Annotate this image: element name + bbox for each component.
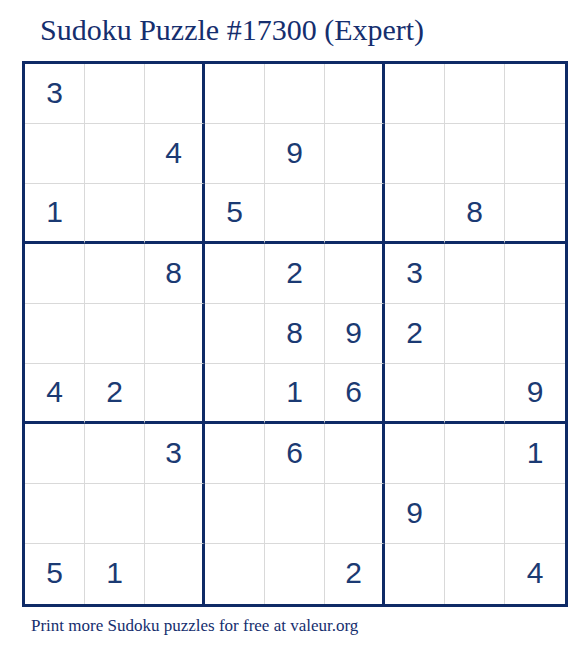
sudoku-cell-r6c6: 6: [325, 364, 385, 424]
sudoku-cell-r7c9: 1: [505, 424, 565, 484]
given-digit: 2: [345, 558, 362, 588]
sudoku-cell-r6c4[interactable]: [205, 364, 265, 424]
sudoku-cell-r3c9[interactable]: [505, 184, 565, 244]
given-digit: 9: [345, 318, 362, 348]
sudoku-cell-r6c1: 4: [25, 364, 85, 424]
sudoku-cell-r7c5: 6: [265, 424, 325, 484]
sudoku-cell-r7c6[interactable]: [325, 424, 385, 484]
sudoku-cell-r8c1[interactable]: [25, 484, 85, 544]
sudoku-cell-r9c5[interactable]: [265, 544, 325, 604]
sudoku-cell-r1c5[interactable]: [265, 64, 325, 124]
sudoku-cell-r8c9[interactable]: [505, 484, 565, 544]
sudoku-cell-r8c7: 9: [385, 484, 445, 544]
given-digit: 1: [286, 377, 303, 407]
sudoku-cell-r4c9[interactable]: [505, 244, 565, 304]
sudoku-cell-r5c9[interactable]: [505, 304, 565, 364]
given-digit: 8: [165, 258, 182, 288]
sudoku-cell-r2c6[interactable]: [325, 124, 385, 184]
given-digit: 3: [46, 78, 63, 108]
sudoku-cell-r7c1[interactable]: [25, 424, 85, 484]
sudoku-cell-r1c6[interactable]: [325, 64, 385, 124]
sudoku-cell-r4c4[interactable]: [205, 244, 265, 304]
sudoku-cell-r5c4[interactable]: [205, 304, 265, 364]
sudoku-cell-r8c8[interactable]: [445, 484, 505, 544]
given-digit: 6: [345, 377, 362, 407]
sudoku-cell-r5c6: 9: [325, 304, 385, 364]
given-digit: 9: [406, 498, 423, 528]
sudoku-cell-r4c7: 3: [385, 244, 445, 304]
sudoku-cell-r4c8[interactable]: [445, 244, 505, 304]
sudoku-cell-r3c7[interactable]: [385, 184, 445, 244]
sudoku-cell-r6c9: 9: [505, 364, 565, 424]
sudoku-cell-r9c4[interactable]: [205, 544, 265, 604]
sudoku-board: 3491588238924216936195124: [22, 61, 568, 607]
given-digit: 5: [226, 197, 243, 227]
sudoku-cell-r2c4[interactable]: [205, 124, 265, 184]
sudoku-cell-r5c1[interactable]: [25, 304, 85, 364]
sudoku-cell-r1c8[interactable]: [445, 64, 505, 124]
sudoku-cell-r2c9[interactable]: [505, 124, 565, 184]
given-digit: 4: [527, 558, 544, 588]
given-digit: 2: [286, 258, 303, 288]
sudoku-cell-r4c3: 8: [145, 244, 205, 304]
sudoku-cell-r2c5: 9: [265, 124, 325, 184]
sudoku-cell-r9c3[interactable]: [145, 544, 205, 604]
sudoku-cell-r2c2[interactable]: [85, 124, 145, 184]
sudoku-cell-r9c6: 2: [325, 544, 385, 604]
sudoku-cell-r7c8[interactable]: [445, 424, 505, 484]
given-digit: 6: [286, 438, 303, 468]
given-digit: 3: [165, 438, 182, 468]
sudoku-cell-r5c5: 8: [265, 304, 325, 364]
sudoku-cell-r7c4[interactable]: [205, 424, 265, 484]
sudoku-cell-r7c3: 3: [145, 424, 205, 484]
page-title: Sudoku Puzzle #17300 (Expert): [40, 13, 424, 47]
sudoku-cell-r8c2[interactable]: [85, 484, 145, 544]
sudoku-cell-r6c5: 1: [265, 364, 325, 424]
given-digit: 9: [286, 138, 303, 168]
sudoku-cell-r5c7: 2: [385, 304, 445, 364]
given-digit: 1: [46, 197, 63, 227]
sudoku-cell-r6c2: 2: [85, 364, 145, 424]
sudoku-cell-r1c4[interactable]: [205, 64, 265, 124]
sudoku-cell-r8c5[interactable]: [265, 484, 325, 544]
sudoku-cell-r3c6[interactable]: [325, 184, 385, 244]
sudoku-cell-r3c4: 5: [205, 184, 265, 244]
sudoku-cell-r8c6[interactable]: [325, 484, 385, 544]
given-digit: 1: [527, 438, 544, 468]
sudoku-cell-r2c7[interactable]: [385, 124, 445, 184]
sudoku-cell-r8c4[interactable]: [205, 484, 265, 544]
sudoku-cell-r6c7[interactable]: [385, 364, 445, 424]
given-digit: 8: [466, 197, 483, 227]
sudoku-cell-r3c8: 8: [445, 184, 505, 244]
given-digit: 4: [165, 138, 182, 168]
given-digit: 8: [286, 318, 303, 348]
sudoku-cell-r4c2[interactable]: [85, 244, 145, 304]
given-digit: 1: [106, 558, 123, 588]
given-digit: 2: [106, 377, 123, 407]
sudoku-cell-r3c5[interactable]: [265, 184, 325, 244]
given-digit: 2: [406, 318, 423, 348]
sudoku-cell-r9c9: 4: [505, 544, 565, 604]
sudoku-cell-r9c7[interactable]: [385, 544, 445, 604]
sudoku-cell-r3c3[interactable]: [145, 184, 205, 244]
sudoku-cell-r6c8[interactable]: [445, 364, 505, 424]
sudoku-cell-r9c2: 1: [85, 544, 145, 604]
sudoku-cell-r1c7[interactable]: [385, 64, 445, 124]
sudoku-cell-r3c2[interactable]: [85, 184, 145, 244]
sudoku-cell-r9c1: 5: [25, 544, 85, 604]
sudoku-cell-r5c8[interactable]: [445, 304, 505, 364]
sudoku-cell-r2c1[interactable]: [25, 124, 85, 184]
sudoku-cell-r7c2[interactable]: [85, 424, 145, 484]
sudoku-cell-r2c8[interactable]: [445, 124, 505, 184]
sudoku-cell-r4c6[interactable]: [325, 244, 385, 304]
footer-text: Print more Sudoku puzzles for free at va…: [31, 616, 358, 636]
sudoku-cell-r4c1[interactable]: [25, 244, 85, 304]
given-digit: 3: [406, 258, 423, 288]
sudoku-cell-r4c5: 2: [265, 244, 325, 304]
given-digit: 5: [46, 558, 63, 588]
sudoku-cell-r1c3[interactable]: [145, 64, 205, 124]
sudoku-cell-r6c3[interactable]: [145, 364, 205, 424]
sudoku-cell-r1c1: 3: [25, 64, 85, 124]
sudoku-cell-r3c1: 1: [25, 184, 85, 244]
sudoku-cell-r1c9[interactable]: [505, 64, 565, 124]
given-digit: 4: [46, 377, 63, 407]
sudoku-cell-r8c3[interactable]: [145, 484, 205, 544]
sudoku-cell-r2c3: 4: [145, 124, 205, 184]
sudoku-cell-r9c8[interactable]: [445, 544, 505, 604]
sudoku-cell-r5c3[interactable]: [145, 304, 205, 364]
given-digit: 9: [527, 377, 544, 407]
sudoku-cell-r7c7[interactable]: [385, 424, 445, 484]
sudoku-cell-r1c2[interactable]: [85, 64, 145, 124]
sudoku-cell-r5c2[interactable]: [85, 304, 145, 364]
